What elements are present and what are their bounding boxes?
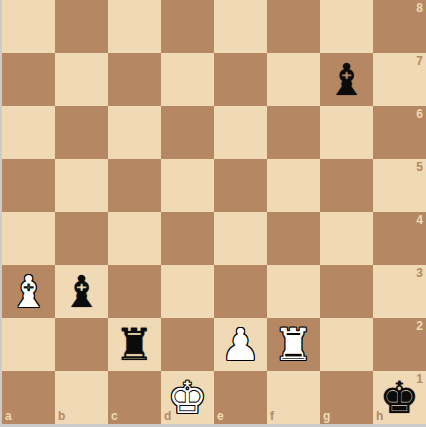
file-label-b: b [58, 410, 65, 422]
square-f1[interactable]: f [267, 371, 320, 424]
square-h5[interactable]: 5 [373, 159, 426, 212]
square-f5[interactable] [267, 159, 320, 212]
square-h4[interactable]: 4 [373, 212, 426, 265]
square-b1[interactable]: b [55, 371, 108, 424]
square-c5[interactable] [108, 159, 161, 212]
rank-label-2: 2 [416, 320, 423, 332]
square-a3[interactable]: ♝ [2, 265, 55, 318]
square-b2[interactable] [55, 318, 108, 371]
square-d2[interactable] [161, 318, 214, 371]
square-b3[interactable]: ♝ [55, 265, 108, 318]
file-label-e: e [217, 410, 224, 422]
square-d5[interactable] [161, 159, 214, 212]
file-label-f: f [270, 410, 274, 422]
black-bishop-g7[interactable]: ♝ [320, 53, 373, 106]
square-g1[interactable]: g [320, 371, 373, 424]
square-e3[interactable] [214, 265, 267, 318]
page-background: 8♝7654♝♝3♜♟♜2abcd♚efg1h♚ [0, 0, 426, 427]
square-d3[interactable] [161, 265, 214, 318]
file-label-g: g [323, 410, 330, 422]
black-king-h1[interactable]: ♚ [373, 371, 426, 424]
square-f2[interactable]: ♜ [267, 318, 320, 371]
square-a4[interactable] [2, 212, 55, 265]
file-label-a: a [5, 410, 12, 422]
square-g5[interactable] [320, 159, 373, 212]
square-h8[interactable]: 8 [373, 0, 426, 53]
square-a2[interactable] [2, 318, 55, 371]
square-c3[interactable] [108, 265, 161, 318]
square-e8[interactable] [214, 0, 267, 53]
square-h1[interactable]: 1h♚ [373, 371, 426, 424]
rank-label-4: 4 [416, 214, 423, 226]
square-f8[interactable] [267, 0, 320, 53]
square-b4[interactable] [55, 212, 108, 265]
chess-board: 8♝7654♝♝3♜♟♜2abcd♚efg1h♚ [2, 0, 426, 424]
file-label-c: c [111, 410, 118, 422]
square-f3[interactable] [267, 265, 320, 318]
square-h3[interactable]: 3 [373, 265, 426, 318]
square-e6[interactable] [214, 106, 267, 159]
white-king-d1[interactable]: ♚ [161, 371, 214, 424]
square-e5[interactable] [214, 159, 267, 212]
square-a1[interactable]: a [2, 371, 55, 424]
square-d8[interactable] [161, 0, 214, 53]
black-rook-c2[interactable]: ♜ [108, 318, 161, 371]
square-c6[interactable] [108, 106, 161, 159]
square-b6[interactable] [55, 106, 108, 159]
square-a6[interactable] [2, 106, 55, 159]
square-h6[interactable]: 6 [373, 106, 426, 159]
square-b7[interactable] [55, 53, 108, 106]
square-g6[interactable] [320, 106, 373, 159]
rank-label-6: 6 [416, 108, 423, 120]
white-bishop-a3[interactable]: ♝ [2, 265, 55, 318]
square-g8[interactable] [320, 0, 373, 53]
square-g2[interactable] [320, 318, 373, 371]
square-g3[interactable] [320, 265, 373, 318]
square-d1[interactable]: d♚ [161, 371, 214, 424]
square-d7[interactable] [161, 53, 214, 106]
square-c2[interactable]: ♜ [108, 318, 161, 371]
square-c1[interactable]: c [108, 371, 161, 424]
square-g7[interactable]: ♝ [320, 53, 373, 106]
square-d6[interactable] [161, 106, 214, 159]
square-e7[interactable] [214, 53, 267, 106]
rank-label-5: 5 [416, 161, 423, 173]
rank-label-3: 3 [416, 267, 423, 279]
square-b8[interactable] [55, 0, 108, 53]
square-d4[interactable] [161, 212, 214, 265]
black-bishop-b3[interactable]: ♝ [55, 265, 108, 318]
square-f6[interactable] [267, 106, 320, 159]
white-rook-f2[interactable]: ♜ [267, 318, 320, 371]
square-c7[interactable] [108, 53, 161, 106]
square-e2[interactable]: ♟ [214, 318, 267, 371]
square-a5[interactable] [2, 159, 55, 212]
square-a7[interactable] [2, 53, 55, 106]
square-a8[interactable] [2, 0, 55, 53]
square-b5[interactable] [55, 159, 108, 212]
square-h2[interactable]: 2 [373, 318, 426, 371]
rank-label-7: 7 [416, 55, 423, 67]
white-pawn-e2[interactable]: ♟ [214, 318, 267, 371]
square-f7[interactable] [267, 53, 320, 106]
square-c4[interactable] [108, 212, 161, 265]
rank-label-8: 8 [416, 2, 423, 14]
square-e4[interactable] [214, 212, 267, 265]
square-f4[interactable] [267, 212, 320, 265]
square-e1[interactable]: e [214, 371, 267, 424]
square-g4[interactable] [320, 212, 373, 265]
square-c8[interactable] [108, 0, 161, 53]
square-h7[interactable]: 7 [373, 53, 426, 106]
